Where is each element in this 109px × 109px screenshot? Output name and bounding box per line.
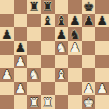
square-d7[interactable]: ♝ [41, 14, 55, 28]
black-pawn[interactable]: ♟ [1, 27, 12, 40]
square-g7[interactable]: ♟ [82, 14, 96, 28]
square-d8[interactable]: ♜ [41, 0, 55, 14]
black-pawn[interactable]: ♟ [83, 14, 94, 27]
square-f6[interactable]: ♞ [68, 27, 82, 41]
square-e4[interactable] [55, 55, 69, 69]
square-b1[interactable] [14, 95, 28, 109]
black-king[interactable]: ♚ [83, 0, 94, 13]
square-b4[interactable]: ♟ [14, 55, 28, 69]
square-b8[interactable] [14, 0, 28, 14]
white-pawn[interactable]: ♟ [15, 55, 26, 68]
square-a3[interactable]: ♟ [0, 68, 14, 82]
white-pawn[interactable]: ♟ [15, 82, 26, 95]
square-h5[interactable] [95, 41, 109, 55]
black-bishop[interactable]: ♝ [42, 14, 53, 27]
square-c8[interactable]: ♜ [27, 0, 41, 14]
black-pawn[interactable]: ♟ [15, 41, 26, 54]
square-a4[interactable] [0, 55, 14, 69]
square-g3[interactable] [82, 68, 96, 82]
square-b6[interactable] [14, 27, 28, 41]
square-g5[interactable] [82, 41, 96, 55]
square-g4[interactable] [82, 55, 96, 69]
square-c2[interactable] [27, 82, 41, 96]
square-c7[interactable] [27, 14, 41, 28]
square-f8[interactable] [68, 0, 82, 14]
square-c4[interactable] [27, 55, 41, 69]
square-a8[interactable] [0, 0, 14, 14]
square-f1[interactable] [68, 95, 82, 109]
white-bishop[interactable]: ♝ [56, 68, 67, 81]
square-h8[interactable] [95, 0, 109, 14]
square-c3[interactable]: ♞ [27, 68, 41, 82]
square-d4[interactable] [41, 55, 55, 69]
square-b3[interactable] [14, 68, 28, 82]
square-e2[interactable] [55, 82, 69, 96]
white-pawn[interactable]: ♟ [69, 41, 80, 54]
square-e7[interactable]: ♝ [55, 14, 69, 28]
square-d5[interactable] [41, 41, 55, 55]
square-e6[interactable]: ♟ [55, 27, 69, 41]
square-e8[interactable] [55, 0, 69, 14]
square-h6[interactable] [95, 27, 109, 41]
white-rook[interactable]: ♜ [28, 95, 39, 108]
square-h3[interactable] [95, 68, 109, 82]
black-rook[interactable]: ♜ [28, 0, 39, 13]
square-c5[interactable] [27, 41, 41, 55]
square-a7[interactable] [0, 14, 14, 28]
square-g6[interactable] [82, 27, 96, 41]
white-king[interactable]: ♚ [83, 95, 94, 108]
square-b7[interactable] [14, 14, 28, 28]
square-e3[interactable]: ♝ [55, 68, 69, 82]
square-f7[interactable]: ♟ [68, 14, 82, 28]
black-pawn[interactable]: ♟ [69, 14, 80, 27]
square-a5[interactable] [0, 41, 14, 55]
square-g2[interactable]: ♟ [82, 82, 96, 96]
square-a2[interactable] [0, 82, 14, 96]
square-f5[interactable]: ♟ [68, 41, 82, 55]
square-f2[interactable] [68, 82, 82, 96]
square-b2[interactable]: ♟ [14, 82, 28, 96]
square-d1[interactable]: ♜ [41, 95, 55, 109]
white-knight[interactable]: ♞ [56, 41, 67, 54]
white-knight[interactable]: ♞ [28, 68, 39, 81]
square-h7[interactable]: ♟ [95, 14, 109, 28]
chess-board-screenshot: ♜♜♚♝♝♟♟♟♟♟♞♟♞♟♟♟♞♝♟♟♟♜♜♚ [0, 0, 109, 109]
chess-board: ♜♜♚♝♝♟♟♟♟♟♞♟♞♟♟♟♞♝♟♟♟♜♜♚ [0, 0, 109, 109]
square-c6[interactable] [27, 27, 41, 41]
black-bishop[interactable]: ♝ [56, 14, 67, 27]
black-pawn[interactable]: ♟ [97, 14, 108, 27]
white-pawn[interactable]: ♟ [83, 82, 94, 95]
square-a1[interactable] [0, 95, 14, 109]
square-h4[interactable] [95, 55, 109, 69]
square-a6[interactable]: ♟ [0, 27, 14, 41]
square-b5[interactable]: ♟ [14, 41, 28, 55]
white-pawn[interactable]: ♟ [97, 82, 108, 95]
square-e5[interactable]: ♞ [55, 41, 69, 55]
square-f3[interactable] [68, 68, 82, 82]
square-e1[interactable] [55, 95, 69, 109]
square-d6[interactable] [41, 27, 55, 41]
black-rook[interactable]: ♜ [42, 0, 53, 13]
black-knight[interactable]: ♞ [69, 27, 80, 40]
square-g8[interactable]: ♚ [82, 0, 96, 14]
square-d2[interactable] [41, 82, 55, 96]
square-d3[interactable] [41, 68, 55, 82]
square-h2[interactable]: ♟ [95, 82, 109, 96]
square-c1[interactable]: ♜ [27, 95, 41, 109]
white-rook[interactable]: ♜ [42, 95, 53, 108]
square-h1[interactable] [95, 95, 109, 109]
square-g1[interactable]: ♚ [82, 95, 96, 109]
white-pawn[interactable]: ♟ [1, 68, 12, 81]
square-f4[interactable] [68, 55, 82, 69]
black-pawn[interactable]: ♟ [56, 27, 67, 40]
